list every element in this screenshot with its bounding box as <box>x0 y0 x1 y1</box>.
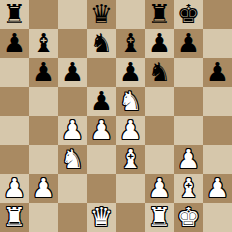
square-a5[interactable] <box>0 87 29 116</box>
piece-white-queen: ♛ <box>90 203 113 232</box>
square-f1[interactable]: ♜ <box>145 203 174 232</box>
square-d2[interactable] <box>87 174 116 203</box>
piece-white-pawn: ♟ <box>148 174 171 203</box>
square-f4[interactable] <box>145 116 174 145</box>
square-g5[interactable] <box>174 87 203 116</box>
piece-white-rook: ♜ <box>148 203 171 232</box>
square-f8[interactable]: ♜ <box>145 0 174 29</box>
piece-black-pawn: ♟ <box>148 29 171 58</box>
piece-black-pawn: ♟ <box>61 58 84 87</box>
square-b3[interactable] <box>29 145 58 174</box>
square-b6[interactable]: ♟ <box>29 58 58 87</box>
square-f3[interactable] <box>145 145 174 174</box>
square-f2[interactable]: ♟ <box>145 174 174 203</box>
square-g7[interactable]: ♟ <box>174 29 203 58</box>
square-f7[interactable]: ♟ <box>145 29 174 58</box>
square-c3[interactable]: ♞ <box>58 145 87 174</box>
square-h5[interactable] <box>203 87 232 116</box>
square-h1[interactable] <box>203 203 232 232</box>
square-b5[interactable] <box>29 87 58 116</box>
square-a7[interactable]: ♟ <box>0 29 29 58</box>
square-g2[interactable]: ♝ <box>174 174 203 203</box>
square-d6[interactable] <box>87 58 116 87</box>
piece-black-knight: ♞ <box>90 29 113 58</box>
square-d4[interactable]: ♟ <box>87 116 116 145</box>
piece-white-knight: ♞ <box>61 145 84 174</box>
piece-black-pawn: ♟ <box>206 58 229 87</box>
square-e7[interactable]: ♝ <box>116 29 145 58</box>
square-d5[interactable]: ♟ <box>87 87 116 116</box>
piece-white-bishop: ♝ <box>119 145 142 174</box>
square-c5[interactable] <box>58 87 87 116</box>
square-g4[interactable] <box>174 116 203 145</box>
square-c4[interactable]: ♟ <box>58 116 87 145</box>
piece-white-pawn: ♟ <box>3 174 26 203</box>
square-b2[interactable]: ♟ <box>29 174 58 203</box>
piece-white-king: ♚ <box>177 203 200 232</box>
square-e1[interactable] <box>116 203 145 232</box>
piece-black-pawn: ♟ <box>177 29 200 58</box>
square-d7[interactable]: ♞ <box>87 29 116 58</box>
square-c1[interactable] <box>58 203 87 232</box>
piece-white-pawn: ♟ <box>90 116 113 145</box>
piece-white-rook: ♜ <box>3 203 26 232</box>
piece-black-knight: ♞ <box>148 58 171 87</box>
square-b7[interactable]: ♝ <box>29 29 58 58</box>
square-e2[interactable] <box>116 174 145 203</box>
square-e5[interactable]: ♞ <box>116 87 145 116</box>
square-c7[interactable] <box>58 29 87 58</box>
piece-white-pawn: ♟ <box>177 145 200 174</box>
square-d3[interactable] <box>87 145 116 174</box>
piece-white-pawn: ♟ <box>206 174 229 203</box>
square-a2[interactable]: ♟ <box>0 174 29 203</box>
piece-white-knight: ♞ <box>119 87 142 116</box>
square-g6[interactable] <box>174 58 203 87</box>
piece-black-king: ♚ <box>177 0 200 29</box>
piece-white-pawn: ♟ <box>32 174 55 203</box>
square-d1[interactable]: ♛ <box>87 203 116 232</box>
piece-black-queen: ♛ <box>90 0 113 29</box>
square-e8[interactable] <box>116 0 145 29</box>
square-f6[interactable]: ♞ <box>145 58 174 87</box>
square-c6[interactable]: ♟ <box>58 58 87 87</box>
square-e4[interactable]: ♟ <box>116 116 145 145</box>
piece-black-rook: ♜ <box>148 0 171 29</box>
piece-white-bishop: ♝ <box>177 174 200 203</box>
square-a4[interactable] <box>0 116 29 145</box>
piece-black-pawn: ♟ <box>90 87 113 116</box>
square-g3[interactable]: ♟ <box>174 145 203 174</box>
piece-white-pawn: ♟ <box>119 116 142 145</box>
square-a8[interactable]: ♜ <box>0 0 29 29</box>
square-h4[interactable] <box>203 116 232 145</box>
square-h8[interactable] <box>203 0 232 29</box>
square-a6[interactable] <box>0 58 29 87</box>
square-c8[interactable] <box>58 0 87 29</box>
piece-black-pawn: ♟ <box>119 58 142 87</box>
square-b1[interactable] <box>29 203 58 232</box>
square-a1[interactable]: ♜ <box>0 203 29 232</box>
square-h2[interactable]: ♟ <box>203 174 232 203</box>
piece-black-bishop: ♝ <box>119 29 142 58</box>
square-h3[interactable] <box>203 145 232 174</box>
piece-black-pawn: ♟ <box>3 29 26 58</box>
square-e3[interactable]: ♝ <box>116 145 145 174</box>
piece-white-pawn: ♟ <box>61 116 84 145</box>
square-c2[interactable] <box>58 174 87 203</box>
square-d8[interactable]: ♛ <box>87 0 116 29</box>
piece-black-rook: ♜ <box>3 0 26 29</box>
square-g1[interactable]: ♚ <box>174 203 203 232</box>
square-h7[interactable] <box>203 29 232 58</box>
square-b4[interactable] <box>29 116 58 145</box>
square-h6[interactable]: ♟ <box>203 58 232 87</box>
square-a3[interactable] <box>0 145 29 174</box>
square-b8[interactable] <box>29 0 58 29</box>
square-f5[interactable] <box>145 87 174 116</box>
square-g8[interactable]: ♚ <box>174 0 203 29</box>
piece-black-pawn: ♟ <box>32 58 55 87</box>
square-e6[interactable]: ♟ <box>116 58 145 87</box>
piece-black-bishop: ♝ <box>32 29 55 58</box>
chess-board: ♜♛♜♚♟♝♞♝♟♟♟♟♟♞♟♟♞♟♟♟♞♝♟♟♟♟♝♟♜♛♜♚ <box>0 0 232 232</box>
